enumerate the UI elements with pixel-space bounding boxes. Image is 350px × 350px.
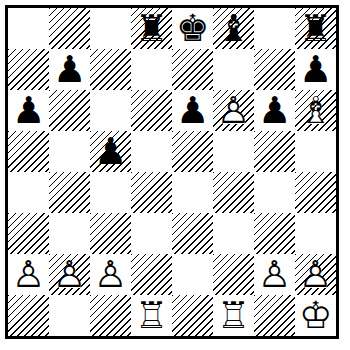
white-pawn-on-b2: ♙ [53, 256, 86, 293]
square-h3[interactable] [295, 213, 336, 254]
square-c8[interactable] [90, 8, 131, 49]
square-d5[interactable] [131, 131, 172, 172]
square-a5[interactable] [8, 131, 49, 172]
square-b6[interactable] [49, 90, 90, 131]
square-g4[interactable] [254, 172, 295, 213]
square-a4[interactable] [8, 172, 49, 213]
white-pawn-on-g2: ♙ [258, 256, 291, 293]
square-h5[interactable] [295, 131, 336, 172]
square-b8[interactable] [49, 8, 90, 49]
square-f1[interactable]: ♜♖ [213, 295, 254, 336]
black-pawn-on-g6: ♟ [258, 92, 291, 129]
square-c6[interactable] [90, 90, 131, 131]
square-d6[interactable] [131, 90, 172, 131]
square-e8[interactable]: ♚ [172, 8, 213, 49]
square-g3[interactable] [254, 213, 295, 254]
square-b7[interactable]: ♟ [49, 49, 90, 90]
white-king-on-h1: ♔ [299, 297, 332, 334]
square-e3[interactable] [172, 213, 213, 254]
square-f2[interactable] [213, 254, 254, 295]
black-pawn-on-b7: ♟ [53, 51, 86, 88]
white-bishop-on-h6: ♗ [299, 92, 332, 129]
square-c4[interactable] [90, 172, 131, 213]
black-king-on-e8: ♚ [176, 10, 209, 47]
chess-board: ♜♚♝♜♟♟♟♟♟♙♟♝♗♟♟♙♟♙♟♙♟♙♟♙♜♖♜♖♚♔ [5, 5, 339, 339]
square-e2[interactable] [172, 254, 213, 295]
square-g6[interactable]: ♟ [254, 90, 295, 131]
square-h6[interactable]: ♝♗ [295, 90, 336, 131]
square-b4[interactable] [49, 172, 90, 213]
square-a3[interactable] [8, 213, 49, 254]
square-c5[interactable]: ♟ [90, 131, 131, 172]
square-f8[interactable]: ♝ [213, 8, 254, 49]
chess-diagram-page: ♜♚♝♜♟♟♟♟♟♙♟♝♗♟♟♙♟♙♟♙♟♙♟♙♜♖♜♖♚♔ [0, 0, 350, 350]
square-f6[interactable]: ♟♙ [213, 90, 254, 131]
square-c7[interactable] [90, 49, 131, 90]
square-h7[interactable]: ♟ [295, 49, 336, 90]
white-pawn-on-h2: ♙ [299, 256, 332, 293]
square-c3[interactable] [90, 213, 131, 254]
black-pawn-on-e6: ♟ [176, 92, 209, 129]
square-g2[interactable]: ♟♙ [254, 254, 295, 295]
square-d4[interactable] [131, 172, 172, 213]
square-h2[interactable]: ♟♙ [295, 254, 336, 295]
square-b1[interactable] [49, 295, 90, 336]
square-h1[interactable]: ♚♔ [295, 295, 336, 336]
square-f7[interactable] [213, 49, 254, 90]
square-d7[interactable] [131, 49, 172, 90]
square-b3[interactable] [49, 213, 90, 254]
square-a6[interactable]: ♟ [8, 90, 49, 131]
black-bishop-on-f8: ♝ [217, 10, 250, 47]
white-pawn-on-f6: ♙ [217, 92, 250, 129]
square-a8[interactable] [8, 8, 49, 49]
black-pawn-on-c5: ♟ [94, 133, 127, 170]
white-pawn-on-a2: ♙ [12, 256, 45, 293]
white-pawn-on-c2: ♙ [94, 256, 127, 293]
white-rook-on-d1: ♖ [135, 297, 168, 334]
square-e1[interactable] [172, 295, 213, 336]
black-pawn-on-h7: ♟ [299, 51, 332, 88]
square-g7[interactable] [254, 49, 295, 90]
square-a2[interactable]: ♟♙ [8, 254, 49, 295]
black-pawn-on-a6: ♟ [12, 92, 45, 129]
square-b2[interactable]: ♟♙ [49, 254, 90, 295]
square-f4[interactable] [213, 172, 254, 213]
square-c1[interactable] [90, 295, 131, 336]
square-d3[interactable] [131, 213, 172, 254]
black-rook-on-h8: ♜ [299, 10, 332, 47]
square-a7[interactable] [8, 49, 49, 90]
square-f3[interactable] [213, 213, 254, 254]
square-d1[interactable]: ♜♖ [131, 295, 172, 336]
square-b5[interactable] [49, 131, 90, 172]
square-e7[interactable] [172, 49, 213, 90]
square-c2[interactable]: ♟♙ [90, 254, 131, 295]
white-rook-on-f1: ♖ [217, 297, 250, 334]
square-e5[interactable] [172, 131, 213, 172]
square-g8[interactable] [254, 8, 295, 49]
square-h4[interactable] [295, 172, 336, 213]
square-d8[interactable]: ♜ [131, 8, 172, 49]
square-e4[interactable] [172, 172, 213, 213]
square-d2[interactable] [131, 254, 172, 295]
square-g5[interactable] [254, 131, 295, 172]
square-e6[interactable]: ♟ [172, 90, 213, 131]
black-rook-on-d8: ♜ [135, 10, 168, 47]
square-a1[interactable] [8, 295, 49, 336]
square-f5[interactable] [213, 131, 254, 172]
square-h8[interactable]: ♜ [295, 8, 336, 49]
square-g1[interactable] [254, 295, 295, 336]
